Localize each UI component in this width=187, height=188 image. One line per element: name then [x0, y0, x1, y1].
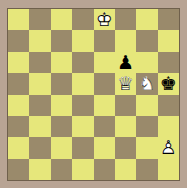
- square-c7[interactable]: [51, 30, 72, 51]
- square-d5[interactable]: [72, 73, 93, 94]
- square-b7[interactable]: [29, 30, 50, 51]
- square-f5[interactable]: ♛♕: [115, 73, 136, 94]
- square-c6[interactable]: [51, 52, 72, 73]
- square-g5[interactable]: ♞♘: [136, 73, 157, 94]
- square-c1[interactable]: [51, 159, 72, 180]
- white-king-glyph-outline: ♔: [94, 9, 115, 30]
- square-g3[interactable]: [136, 116, 157, 137]
- square-f3[interactable]: [115, 116, 136, 137]
- square-f8[interactable]: [115, 9, 136, 30]
- square-e1[interactable]: [94, 159, 115, 180]
- square-g8[interactable]: [136, 9, 157, 30]
- white-queen-piece[interactable]: ♛♕: [115, 73, 136, 94]
- square-f7[interactable]: [115, 30, 136, 51]
- white-pawn-glyph-outline: ♙: [158, 137, 179, 158]
- square-e8[interactable]: ♚♔: [94, 9, 115, 30]
- square-h4[interactable]: [158, 95, 179, 116]
- square-d1[interactable]: [72, 159, 93, 180]
- square-h5[interactable]: ♚: [158, 73, 179, 94]
- square-d2[interactable]: [72, 137, 93, 158]
- square-e6[interactable]: [94, 52, 115, 73]
- square-a7[interactable]: [8, 30, 29, 51]
- square-a1[interactable]: [8, 159, 29, 180]
- square-g1[interactable]: [136, 159, 157, 180]
- square-h6[interactable]: [158, 52, 179, 73]
- square-h3[interactable]: [158, 116, 179, 137]
- square-b8[interactable]: [29, 9, 50, 30]
- black-king-piece[interactable]: ♚: [158, 73, 179, 94]
- square-g2[interactable]: [136, 137, 157, 158]
- white-queen-glyph-outline: ♕: [115, 73, 136, 94]
- square-a2[interactable]: [8, 137, 29, 158]
- square-h8[interactable]: [158, 9, 179, 30]
- square-d8[interactable]: [72, 9, 93, 30]
- square-c3[interactable]: [51, 116, 72, 137]
- square-c8[interactable]: [51, 9, 72, 30]
- square-b5[interactable]: [29, 73, 50, 94]
- square-b3[interactable]: [29, 116, 50, 137]
- square-a3[interactable]: [8, 116, 29, 137]
- square-c5[interactable]: [51, 73, 72, 94]
- square-f6[interactable]: ♟: [115, 52, 136, 73]
- square-a4[interactable]: [8, 95, 29, 116]
- black-king-glyph: ♚: [158, 73, 179, 94]
- square-d3[interactable]: [72, 116, 93, 137]
- square-g4[interactable]: [136, 95, 157, 116]
- black-pawn-glyph: ♟: [115, 52, 136, 73]
- square-d7[interactable]: [72, 30, 93, 51]
- square-g6[interactable]: [136, 52, 157, 73]
- square-g7[interactable]: [136, 30, 157, 51]
- square-c4[interactable]: [51, 95, 72, 116]
- square-d4[interactable]: [72, 95, 93, 116]
- square-e5[interactable]: [94, 73, 115, 94]
- square-h1[interactable]: [158, 159, 179, 180]
- square-e4[interactable]: [94, 95, 115, 116]
- board-frame: ♚♔♟♛♕♞♘♚♟♙: [0, 0, 187, 188]
- square-a5[interactable]: [8, 73, 29, 94]
- square-b1[interactable]: [29, 159, 50, 180]
- square-b6[interactable]: [29, 52, 50, 73]
- square-f2[interactable]: [115, 137, 136, 158]
- square-b2[interactable]: [29, 137, 50, 158]
- square-e2[interactable]: [94, 137, 115, 158]
- white-pawn-piece[interactable]: ♟♙: [158, 137, 179, 158]
- square-c2[interactable]: [51, 137, 72, 158]
- square-e3[interactable]: [94, 116, 115, 137]
- square-a6[interactable]: [8, 52, 29, 73]
- square-b4[interactable]: [29, 95, 50, 116]
- square-e7[interactable]: [94, 30, 115, 51]
- square-h7[interactable]: [158, 30, 179, 51]
- square-f1[interactable]: [115, 159, 136, 180]
- white-knight-glyph-outline: ♘: [136, 73, 157, 94]
- chess-board: ♚♔♟♛♕♞♘♚♟♙: [7, 8, 180, 181]
- square-h2[interactable]: ♟♙: [158, 137, 179, 158]
- white-knight-piece[interactable]: ♞♘: [136, 73, 157, 94]
- square-f4[interactable]: [115, 95, 136, 116]
- white-king-piece[interactable]: ♚♔: [94, 9, 115, 30]
- square-a8[interactable]: [8, 9, 29, 30]
- square-d6[interactable]: [72, 52, 93, 73]
- black-pawn-piece[interactable]: ♟: [115, 52, 136, 73]
